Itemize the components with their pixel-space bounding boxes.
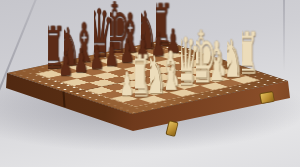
studio-scene: ♜♞♝♛♚♝♞♜♟♟♟♟♟♟♟♟♟♟♟♟♟♟♟♟♜♞♝♛♚♝♞♜ [0, 0, 300, 167]
piece-black-rook[interactable]: ♜ [48, 17, 58, 75]
piece-black-pawn[interactable]: ♟ [76, 43, 86, 76]
piece-black-pawn[interactable]: ♟ [106, 36, 116, 69]
piece-black-pawn[interactable]: ♟ [91, 40, 101, 73]
piece-white-rook[interactable]: ♜ [135, 45, 145, 103]
square-a1[interactable]: ♜ [123, 99, 151, 106]
backdrop-crease-right [283, 0, 285, 72]
piece-white-bishop[interactable]: ♝ [165, 43, 175, 97]
piece-black-pawn[interactable]: ♟ [60, 46, 70, 79]
